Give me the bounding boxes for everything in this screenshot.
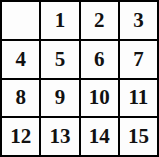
tile-10[interactable]: 10 — [81, 80, 118, 117]
tile-12[interactable]: 12 — [2, 118, 39, 155]
tile-8[interactable]: 8 — [2, 80, 39, 117]
blank-cell — [2, 2, 39, 39]
tile-15[interactable]: 15 — [120, 118, 157, 155]
tile-6[interactable]: 6 — [81, 41, 118, 78]
tile-7[interactable]: 7 — [120, 41, 157, 78]
tile-11[interactable]: 11 — [120, 80, 157, 117]
tile-3[interactable]: 3 — [120, 2, 157, 39]
tile-4[interactable]: 4 — [2, 41, 39, 78]
tile-1[interactable]: 1 — [41, 2, 78, 39]
tile-9[interactable]: 9 — [41, 80, 78, 117]
tile-5[interactable]: 5 — [41, 41, 78, 78]
tile-14[interactable]: 14 — [81, 118, 118, 155]
fifteen-puzzle-board: 1 2 3 4 5 6 7 8 9 10 11 12 13 14 15 — [0, 0, 159, 157]
tile-2[interactable]: 2 — [81, 2, 118, 39]
tile-13[interactable]: 13 — [41, 118, 78, 155]
